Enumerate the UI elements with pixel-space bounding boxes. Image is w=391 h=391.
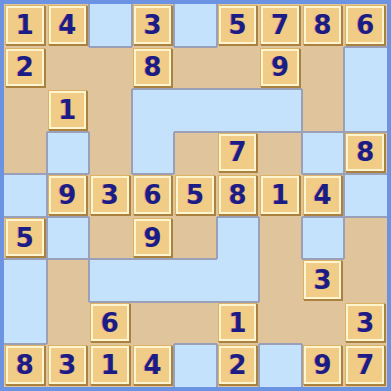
cell-r9c9[interactable]: 7	[344, 344, 387, 387]
cell-r2c1[interactable]: 2	[4, 47, 47, 90]
cell-r8c8[interactable]	[302, 302, 345, 345]
cell-r3c5[interactable]	[174, 89, 217, 132]
tile-digit: 9	[271, 54, 289, 80]
number-tile[interactable]: 5	[5, 218, 45, 258]
tile-digit: 7	[229, 139, 247, 165]
cell-r3c6[interactable]	[217, 89, 260, 132]
cell-r1c6[interactable]: 5	[217, 4, 260, 47]
tile-digit: 3	[143, 12, 161, 38]
cell-r4c8[interactable]	[302, 132, 345, 175]
tile-digit: 8	[314, 12, 332, 38]
cell-r9c2[interactable]: 3	[47, 344, 90, 387]
cell-r2c7[interactable]: 9	[259, 47, 302, 90]
cell-r4c5[interactable]	[174, 132, 217, 175]
number-tile[interactable]: 9	[133, 218, 173, 258]
number-tile[interactable]: 7	[218, 133, 258, 173]
cell-r1c7[interactable]: 7	[259, 4, 302, 47]
number-tile[interactable]: 8	[218, 175, 258, 215]
tile-digit: 1	[229, 310, 247, 336]
sudoku-board: 143578628917893658145936138314297	[4, 4, 387, 387]
number-tile[interactable]: 6	[90, 303, 130, 343]
cell-r9c5[interactable]	[174, 344, 217, 387]
cell-r1c4[interactable]: 3	[132, 4, 175, 47]
cell-r8c6[interactable]: 1	[217, 302, 260, 345]
tile-digit: 7	[356, 352, 374, 378]
cell-r3c9[interactable]	[344, 89, 387, 132]
cell-r8c2[interactable]	[47, 302, 90, 345]
cell-r2c4[interactable]: 8	[132, 47, 175, 90]
number-tile[interactable]: 1	[90, 345, 130, 385]
cell-r8c7[interactable]	[259, 302, 302, 345]
cell-r6c9[interactable]	[344, 217, 387, 260]
cell-r6c3[interactable]	[89, 217, 132, 260]
cell-r7c8[interactable]: 3	[302, 259, 345, 302]
cell-r9c7[interactable]	[259, 344, 302, 387]
tile-digit: 6	[356, 12, 374, 38]
tile-digit: 4	[58, 12, 76, 38]
cell-r1c5[interactable]	[174, 4, 217, 47]
cell-r1c1[interactable]: 1	[4, 4, 47, 47]
tile-digit: 1	[101, 352, 119, 378]
tile-digit: 3	[101, 182, 119, 208]
cell-r6c1[interactable]: 5	[4, 217, 47, 260]
cell-r7c7[interactable]	[259, 259, 302, 302]
tile-digit: 9	[143, 225, 161, 251]
tile-digit: 4	[314, 182, 332, 208]
number-tile[interactable]: 3	[90, 175, 130, 215]
cell-r3c1[interactable]	[4, 89, 47, 132]
cell-r5c2[interactable]: 9	[47, 174, 90, 217]
number-tile[interactable]: 8	[345, 133, 385, 173]
tile-digit: 1	[271, 182, 289, 208]
cell-r2c9[interactable]	[344, 47, 387, 90]
cell-r8c5[interactable]	[174, 302, 217, 345]
tile-digit: 9	[314, 352, 332, 378]
number-tile[interactable]: 7	[345, 345, 385, 385]
cell-r3c3[interactable]	[89, 89, 132, 132]
cell-r9c1[interactable]: 8	[4, 344, 47, 387]
tile-digit: 1	[58, 97, 76, 123]
cell-r7c6[interactable]	[217, 259, 260, 302]
cell-r4c9[interactable]: 8	[344, 132, 387, 175]
cell-r1c8[interactable]: 8	[302, 4, 345, 47]
tile-digit: 5	[186, 182, 204, 208]
tile-digit: 7	[271, 12, 289, 38]
cell-r8c9[interactable]: 3	[344, 302, 387, 345]
tile-digit: 3	[356, 310, 374, 336]
cell-r1c3[interactable]	[89, 4, 132, 47]
number-tile[interactable]: 3	[345, 303, 385, 343]
number-tile[interactable]: 3	[48, 345, 88, 385]
number-tile[interactable]: 1	[48, 90, 88, 130]
number-tile[interactable]: 5	[175, 175, 215, 215]
cell-r1c9[interactable]: 6	[344, 4, 387, 47]
cell-r4c4[interactable]	[132, 132, 175, 175]
cell-r4c3[interactable]	[89, 132, 132, 175]
cell-r5c7[interactable]: 1	[259, 174, 302, 217]
tile-digit: 3	[314, 267, 332, 293]
cell-r6c4[interactable]: 9	[132, 217, 175, 260]
cell-r8c4[interactable]	[132, 302, 175, 345]
cell-r5c9[interactable]	[344, 174, 387, 217]
cell-r8c3[interactable]: 6	[89, 302, 132, 345]
tile-digit: 6	[101, 310, 119, 336]
cell-r3c4[interactable]	[132, 89, 175, 132]
cell-r1c2[interactable]: 4	[47, 4, 90, 47]
number-tile[interactable]: 4	[133, 345, 173, 385]
number-tile[interactable]: 6	[345, 5, 385, 45]
tile-digit: 5	[16, 225, 34, 251]
board-frame: 143578628917893658145936138314297	[0, 0, 391, 391]
cell-r6c2[interactable]	[47, 217, 90, 260]
cell-r9c4[interactable]: 4	[132, 344, 175, 387]
cell-r3c7[interactable]	[259, 89, 302, 132]
cell-r6c8[interactable]	[302, 217, 345, 260]
cell-r4c1[interactable]	[4, 132, 47, 175]
cell-r5c4[interactable]: 6	[132, 174, 175, 217]
number-tile[interactable]: 1	[218, 303, 258, 343]
cell-r5c3[interactable]: 3	[89, 174, 132, 217]
cell-r2c5[interactable]	[174, 47, 217, 90]
tile-digit: 8	[356, 139, 374, 165]
number-tile[interactable]: 2	[218, 345, 258, 385]
tile-digit: 8	[16, 352, 34, 378]
cell-r7c4[interactable]	[132, 259, 175, 302]
number-tile[interactable]: 7	[260, 5, 300, 45]
cell-r7c1[interactable]	[4, 259, 47, 302]
cell-r3c8[interactable]	[302, 89, 345, 132]
cell-r7c9[interactable]	[344, 259, 387, 302]
number-tile[interactable]: 8	[5, 345, 45, 385]
cell-r6c6[interactable]	[217, 217, 260, 260]
number-tile[interactable]: 1	[5, 5, 45, 45]
number-tile[interactable]: 5	[218, 5, 258, 45]
cell-r5c5[interactable]: 5	[174, 174, 217, 217]
cell-r9c6[interactable]: 2	[217, 344, 260, 387]
number-tile[interactable]: 6	[133, 175, 173, 215]
tile-digit: 8	[229, 182, 247, 208]
cell-r4c6[interactable]: 7	[217, 132, 260, 175]
tile-digit: 4	[143, 352, 161, 378]
number-tile[interactable]: 9	[48, 175, 88, 215]
cell-r7c3[interactable]	[89, 259, 132, 302]
tile-digit: 6	[143, 182, 161, 208]
tile-digit: 9	[58, 182, 76, 208]
cell-r5c6[interactable]: 8	[217, 174, 260, 217]
cell-r2c6[interactable]	[217, 47, 260, 90]
number-tile[interactable]: 3	[133, 5, 173, 45]
cell-r2c8[interactable]	[302, 47, 345, 90]
tile-digit: 1	[16, 12, 34, 38]
cell-r9c8[interactable]: 9	[302, 344, 345, 387]
cell-r5c1[interactable]	[4, 174, 47, 217]
cell-r4c7[interactable]	[259, 132, 302, 175]
tile-digit: 5	[229, 12, 247, 38]
cell-r2c3[interactable]	[89, 47, 132, 90]
number-tile[interactable]: 1	[260, 175, 300, 215]
number-tile[interactable]: 4	[48, 5, 88, 45]
cell-r3c2[interactable]: 1	[47, 89, 90, 132]
cell-r6c5[interactable]	[174, 217, 217, 260]
tile-digit: 3	[58, 352, 76, 378]
cell-r5c8[interactable]: 4	[302, 174, 345, 217]
number-tile[interactable]: 9	[260, 48, 300, 88]
number-tile[interactable]: 8	[133, 48, 173, 88]
cell-r7c5[interactable]	[174, 259, 217, 302]
tile-digit: 2	[16, 54, 34, 80]
number-tile[interactable]: 2	[5, 48, 45, 88]
number-tile[interactable]: 4	[303, 175, 343, 215]
cell-r6c7[interactable]	[259, 217, 302, 260]
cell-r9c3[interactable]: 1	[89, 344, 132, 387]
cell-r8c1[interactable]	[4, 302, 47, 345]
tile-digit: 2	[229, 352, 247, 378]
tile-digit: 8	[143, 54, 161, 80]
number-tile[interactable]: 8	[303, 5, 343, 45]
number-tile[interactable]: 9	[303, 345, 343, 385]
cell-r4c2[interactable]	[47, 132, 90, 175]
number-tile[interactable]: 3	[303, 260, 343, 300]
cell-r2c2[interactable]	[47, 47, 90, 90]
cell-r7c2[interactable]	[47, 259, 90, 302]
